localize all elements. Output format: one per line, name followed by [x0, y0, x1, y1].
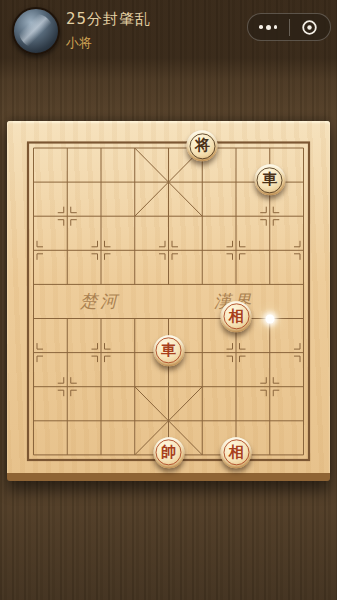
- footer: 锦 15 求助 2步: [0, 530, 337, 600]
- piece-char: 帥: [161, 445, 176, 460]
- piece-char: 相: [229, 309, 244, 324]
- piece-red-chariot[interactable]: 車: [153, 335, 184, 366]
- pieces-layer: 将車相車帥相: [0, 0, 337, 600]
- piece-red-elephant-2[interactable]: 相: [221, 437, 252, 468]
- piece-red-king[interactable]: 帥: [153, 437, 184, 468]
- piece-red-elephant-1[interactable]: 相: [221, 301, 252, 332]
- piece-char: 将: [195, 138, 210, 153]
- piece-char: 相: [229, 445, 244, 460]
- piece-char: 車: [161, 343, 176, 358]
- piece-char: 車: [262, 172, 277, 187]
- move-highlight-dot[interactable]: [265, 314, 274, 323]
- piece-black-general[interactable]: 将: [187, 130, 218, 161]
- piece-black-chariot[interactable]: 車: [254, 164, 285, 195]
- xiangqi-app: 25分封肇乱 小将 楚河 漢界: [0, 0, 337, 600]
